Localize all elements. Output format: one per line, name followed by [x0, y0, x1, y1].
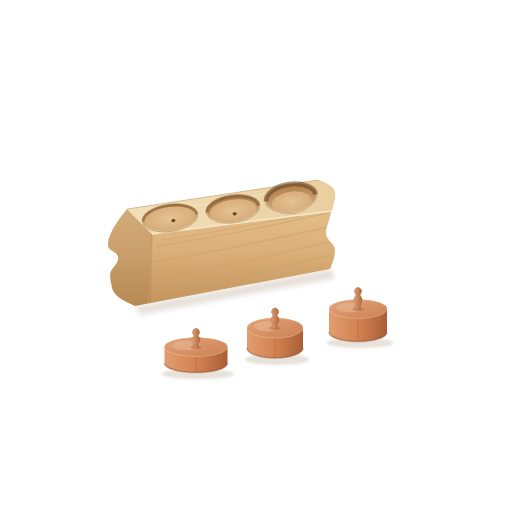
cylinder-knob: [354, 287, 362, 310]
scene-svg: [0, 0, 520, 520]
montessori-cylinder-block-photo: [0, 0, 520, 520]
cylinder-knob: [271, 308, 279, 329]
cylinder-knob: [192, 328, 200, 348]
